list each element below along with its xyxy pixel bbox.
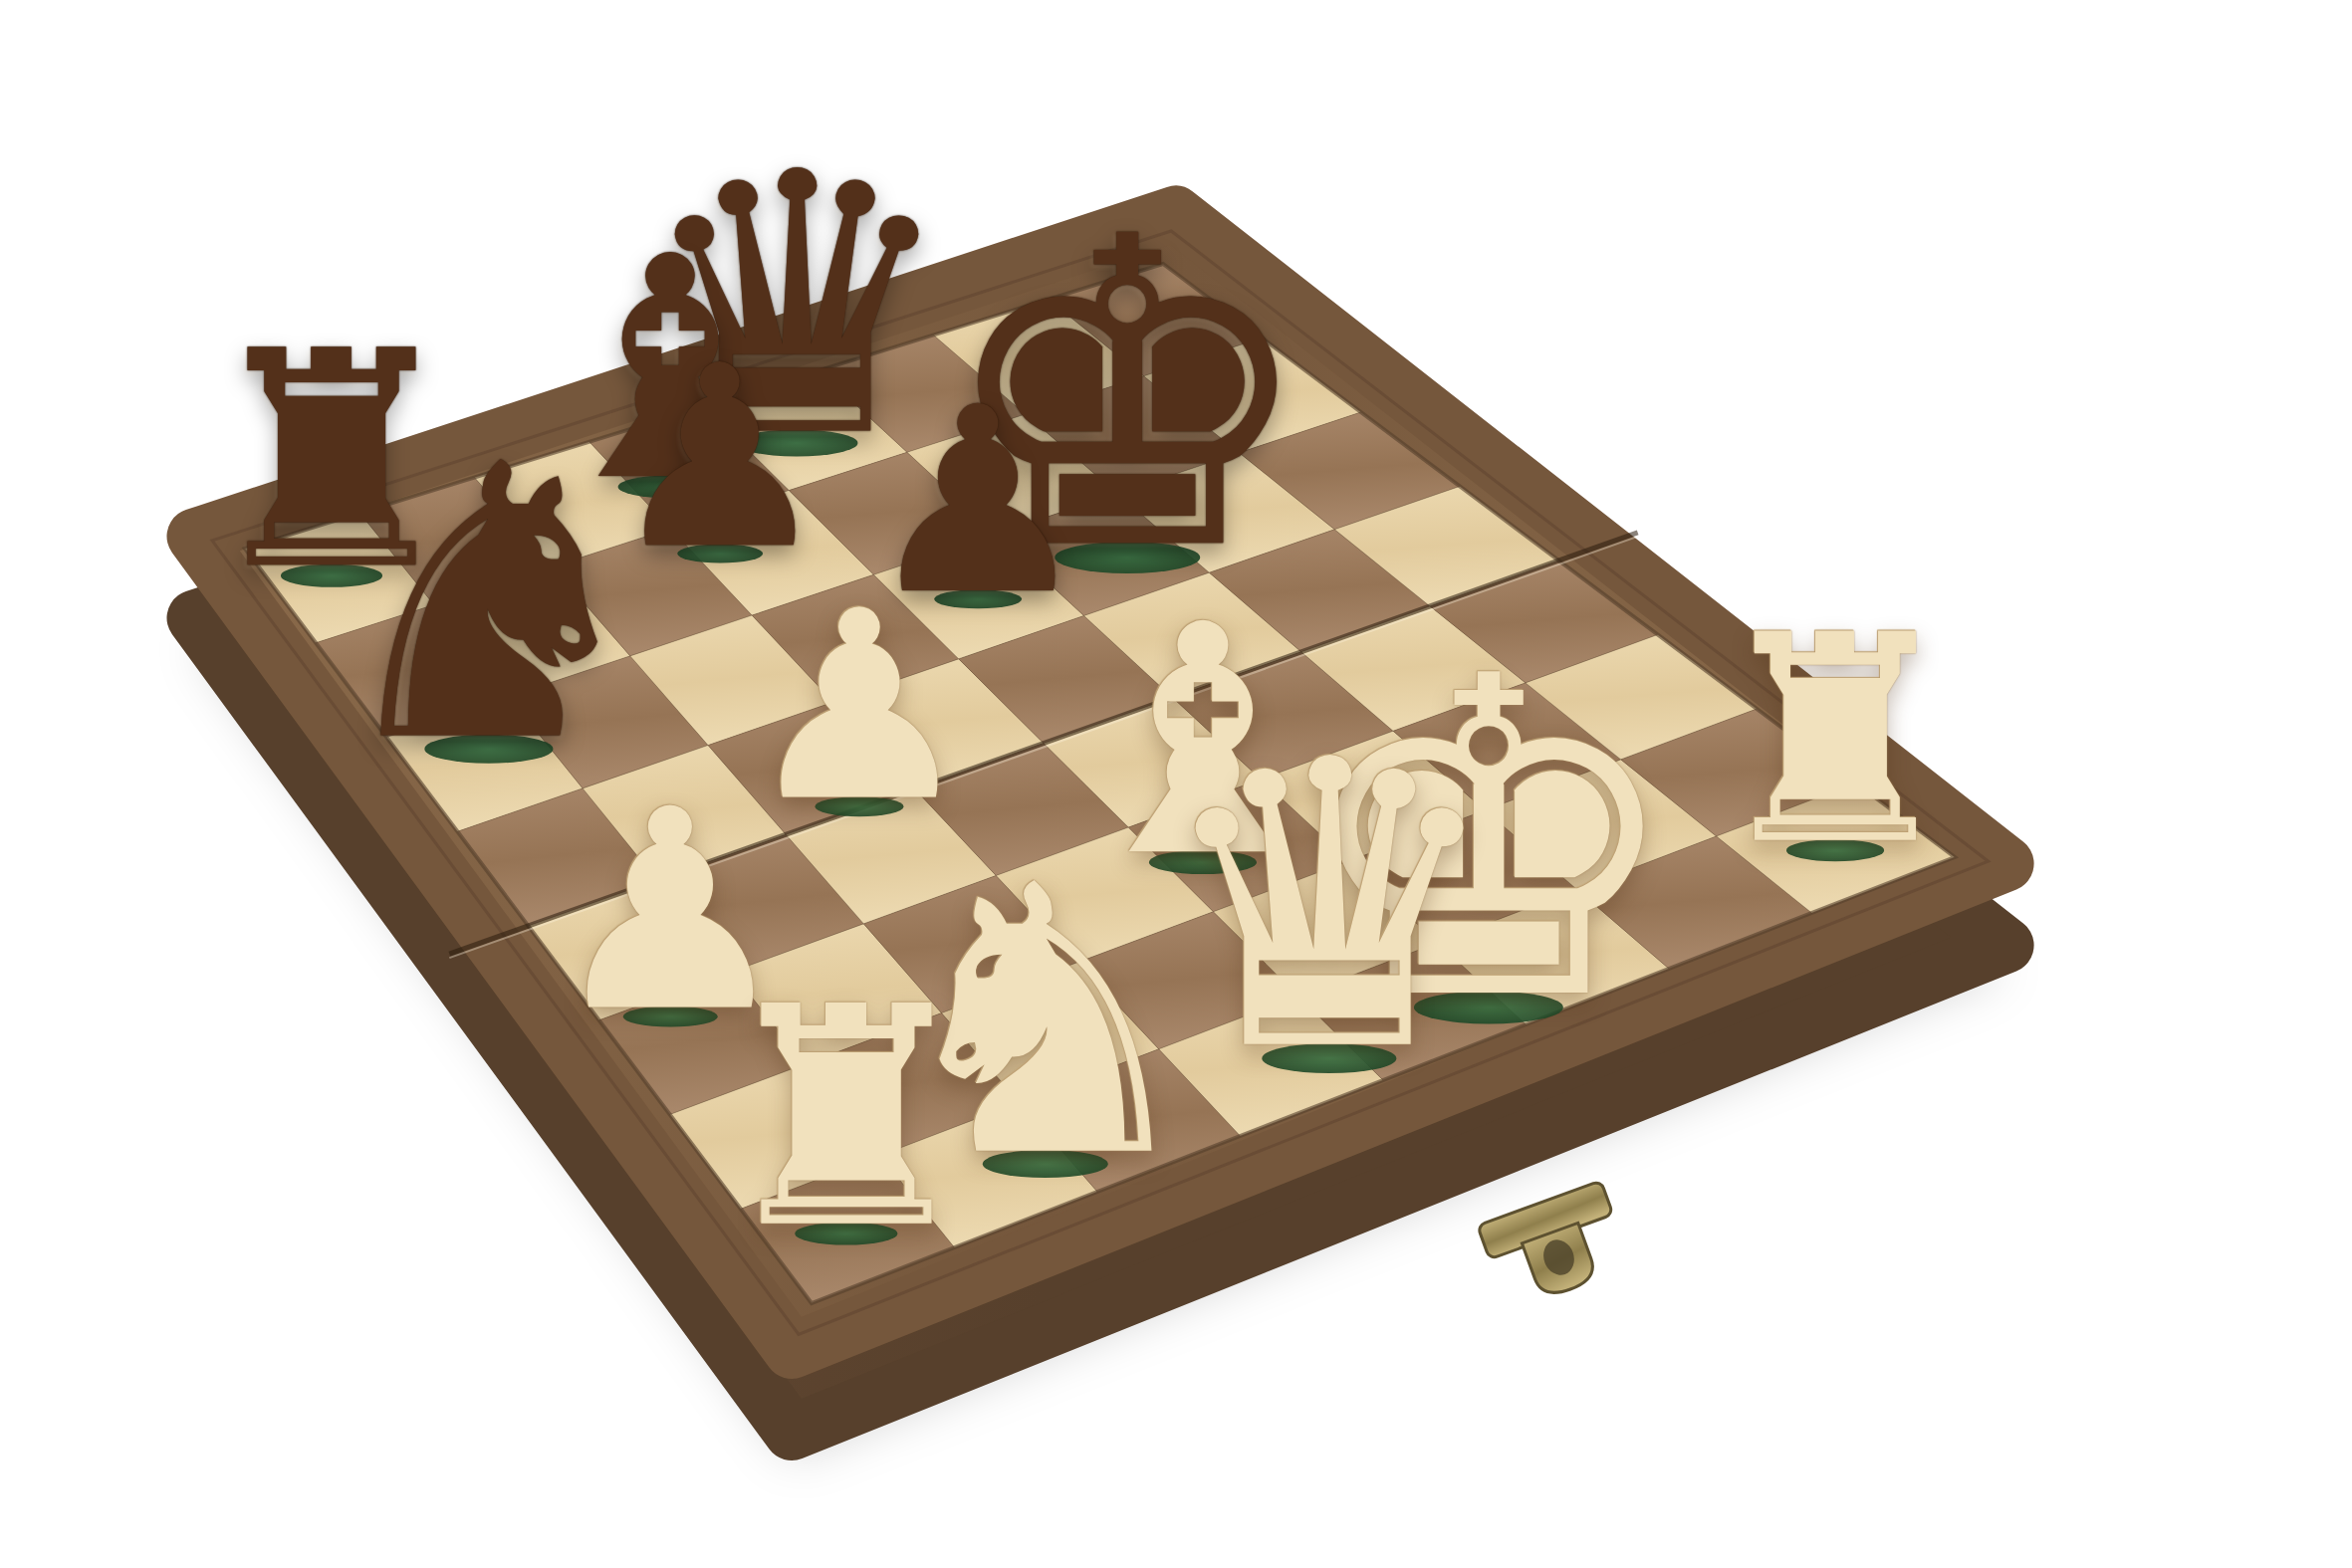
brass-clasp[interactable] <box>1478 1181 1633 1312</box>
white-rook-h1[interactable]: ♜ <box>1707 598 1964 885</box>
product-photo-stage: ♜♝♛♟♞♟♚♟♟♜♞♝♛♚♜ <box>0 0 2352 1568</box>
black-knight-a6[interactable]: ♞ <box>320 416 659 794</box>
white-rook-a1[interactable]: ♜ <box>711 967 983 1269</box>
